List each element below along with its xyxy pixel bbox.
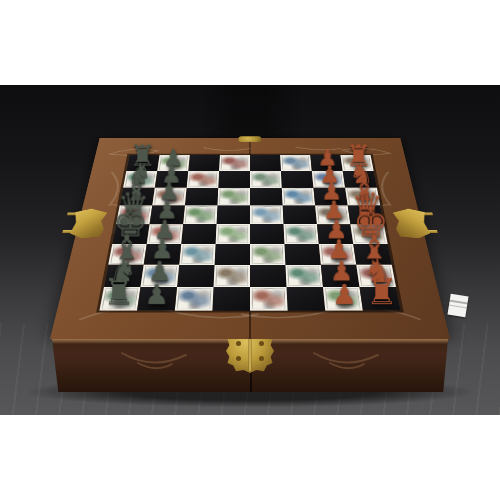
brass-clasp-left <box>69 209 108 239</box>
square-r2c6[interactable] <box>281 171 314 188</box>
square-r3c4[interactable] <box>217 188 250 206</box>
square-r7c6[interactable] <box>285 265 323 287</box>
square-r2c3[interactable] <box>187 171 220 188</box>
lid-fold-seam-front <box>249 309 251 339</box>
tile-illustration <box>252 288 286 309</box>
square-r3c3[interactable] <box>185 188 218 206</box>
tile-illustration <box>188 172 217 187</box>
square-r8c4[interactable] <box>212 287 250 311</box>
square-r6c6[interactable] <box>284 244 320 265</box>
clasp-pin <box>424 213 433 216</box>
tile-illustration <box>287 266 321 286</box>
tile-illustration <box>283 189 313 205</box>
tile-illustration <box>181 245 214 264</box>
square-r5c5[interactable] <box>250 224 284 244</box>
square-r8c3[interactable] <box>175 287 214 311</box>
square-r7c4[interactable] <box>214 265 250 287</box>
clasp-pin <box>428 230 437 233</box>
square-r7c3[interactable] <box>177 265 215 287</box>
tile-illustration <box>185 206 216 223</box>
square-r8c2[interactable]: ♟ <box>137 287 177 311</box>
square-r8c6[interactable] <box>286 287 325 311</box>
tile-illustration <box>219 189 248 205</box>
square-r4c3[interactable] <box>183 205 217 224</box>
square-r8c7[interactable]: ♟ <box>323 287 363 311</box>
square-r1c3[interactable] <box>188 155 220 171</box>
square-r3c5[interactable] <box>250 188 283 206</box>
tile-illustration <box>215 266 248 286</box>
square-r1c5[interactable] <box>250 155 281 171</box>
tile-illustration <box>252 245 284 264</box>
box-front-face <box>52 339 448 392</box>
green-pawn[interactable]: ♟ <box>144 282 169 309</box>
tile-illustration <box>282 156 310 170</box>
auction-photo-page: { "game": "chess", "set": "Chinese carve… <box>0 0 500 500</box>
tile-illustration <box>285 225 317 243</box>
photo-backdrop: ♜♟♟♜♞♟♟♞♝♟♟♝♛♟♟♛♚♟♟♚♝♟♟♝♞♟♟♞♜♟♟♜ <box>0 85 500 415</box>
square-r6c4[interactable] <box>215 244 250 265</box>
lot-sticker <box>447 294 468 318</box>
chess-board: ♜♟♟♜♞♟♟♞♝♟♟♝♛♟♟♛♚♟♟♚♝♟♟♝♞♟♟♞♜♟♟♜ <box>99 155 400 311</box>
square-r8c1[interactable]: ♜ <box>99 287 140 311</box>
square-r7c5[interactable] <box>250 265 286 287</box>
green-rook-pagoda[interactable]: ♜ <box>103 275 135 309</box>
square-r2c4[interactable] <box>218 171 250 188</box>
square-r4c4[interactable] <box>217 205 250 224</box>
square-r5c6[interactable] <box>283 224 318 244</box>
brass-hinge-back <box>239 136 262 142</box>
square-r4c6[interactable] <box>283 205 317 224</box>
tile-illustration <box>217 225 248 243</box>
square-r1c6[interactable] <box>280 155 312 171</box>
brass-clasp-right <box>392 209 431 239</box>
square-r2c5[interactable] <box>250 171 282 188</box>
clasp-pin <box>62 230 71 233</box>
red-pawn[interactable]: ♟ <box>331 282 356 309</box>
chess-box-lid: ♜♟♟♜♞♟♟♞♝♟♟♝♛♟♟♛♚♟♟♚♝♟♟♝♞♟♟♞♜♟♟♜ <box>50 138 450 339</box>
square-r8c5[interactable] <box>250 287 288 311</box>
tile-illustration <box>252 206 282 223</box>
square-r3c6[interactable] <box>282 188 315 206</box>
tile-illustration <box>252 172 280 187</box>
square-r5c4[interactable] <box>216 224 250 244</box>
square-r8c8[interactable]: ♜ <box>359 287 400 311</box>
tile-illustration <box>177 288 212 309</box>
square-r4c5[interactable] <box>250 205 283 224</box>
square-r6c3[interactable] <box>179 244 215 265</box>
tile-illustration <box>221 156 249 170</box>
square-r1c4[interactable] <box>219 155 250 171</box>
square-r6c5[interactable] <box>250 244 285 265</box>
clasp-pin <box>67 213 76 216</box>
square-r5c3[interactable] <box>181 224 216 244</box>
red-rook-pagoda[interactable]: ♜ <box>365 275 397 309</box>
